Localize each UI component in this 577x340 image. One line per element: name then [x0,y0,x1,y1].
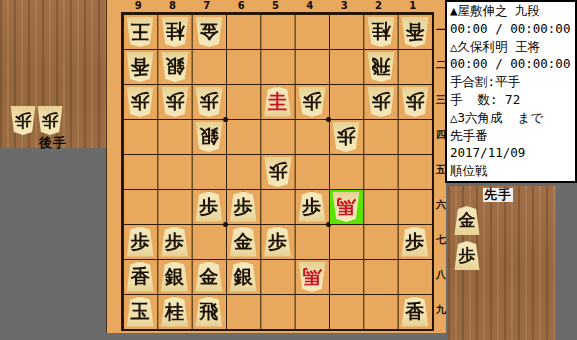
piece-sente-歩-57: 歩 [264,227,292,257]
piece-sente-香-98: 香 [126,262,154,292]
piece-gote-香-11: 香 [401,17,429,47]
piece-sente-玉-99: 玉 [126,297,154,327]
piece-glyph: 圭 [268,92,287,111]
info-line-0: ▲屋敷伸之 九段 [447,2,575,20]
piece-glyph: 歩 [42,112,59,129]
file-label-5: 5 [258,0,292,12]
file-label-7: 7 [190,0,224,12]
piece-sente-金-67: 金 [229,227,257,257]
piece-glyph: 歩 [302,92,321,111]
board-star-point [223,222,228,227]
piece-gote-歩-43: 歩 [298,87,326,117]
piece-glyph: 銀 [199,127,218,146]
game-info-panel: ▲屋敷伸之 九段00:00 / 00:00:00△久保利明 王将00:00 / … [445,0,577,183]
piece-gote-歩-13: 歩 [401,87,429,117]
piece-glyph: 歩 [165,232,184,251]
rank-label-8: 八 [434,257,448,292]
info-line-9: 順位戦 [447,162,575,180]
piece-glyph: 歩 [302,197,321,216]
info-line-7: 先手番 [447,127,575,145]
piece-glyph: 歩 [371,92,390,111]
piece-glyph: 金 [459,212,476,229]
piece-sente-金-78: 金 [195,262,223,292]
piece-gote-馬-48: 馬 [298,262,326,292]
piece-sente-歩-87: 歩 [161,227,189,257]
piece-glyph: 香 [131,267,150,286]
board-star-point [223,117,228,122]
hand-piece-sente-歩-1: 歩 [454,241,480,270]
piece-glyph: 歩 [131,232,150,251]
piece-glyph: 金 [234,232,253,251]
piece-glyph: 桂 [371,22,390,41]
piece-gote-歩-93: 歩 [126,87,154,117]
piece-gote-桂-21: 桂 [367,17,395,47]
file-label-2: 2 [361,0,395,12]
piece-gote-王-91: 王 [126,17,154,47]
piece-glyph: 桂 [165,302,184,321]
rank-label-6: 六 [434,187,448,222]
piece-glyph: 香 [131,57,150,76]
piece-sente-圭-53: 圭 [264,87,292,117]
piece-glyph: 香 [405,302,424,321]
piece-gote-歩-34: 歩 [332,122,360,152]
piece-sente-銀-68: 銀 [229,262,257,292]
info-line-4: 手合割:平手 [447,73,575,91]
piece-sente-歩-46: 歩 [298,192,326,222]
file-label-1: 1 [396,0,430,12]
piece-glyph: 歩 [131,92,150,111]
gote-hand-label: 後手 [0,134,106,152]
piece-glyph: 桂 [165,22,184,41]
board-star-point [326,117,331,122]
piece-glyph: 銀 [165,267,184,286]
piece-glyph: 歩 [405,92,424,111]
piece-sente-歩-66: 歩 [229,192,257,222]
piece-sente-歩-76: 歩 [195,192,223,222]
piece-sente-歩-17: 歩 [401,227,429,257]
piece-gote-金-71: 金 [195,17,223,47]
piece-gote-馬-36: 馬 [332,192,360,222]
gote-hand-tray: 後手 歩歩 [0,0,106,148]
piece-glyph: 歩 [234,197,253,216]
piece-gote-歩-55: 歩 [264,157,292,187]
info-line-3: 00:00 / 00:00:00 [447,55,575,73]
piece-sente-銀-88: 銀 [161,262,189,292]
info-line-8: 2017/11/09 [447,144,575,162]
piece-glyph: 玉 [131,302,150,321]
file-label-3: 3 [327,0,361,12]
piece-glyph: 銀 [234,267,253,286]
piece-glyph: 歩 [199,197,218,216]
file-label-6: 6 [224,0,258,12]
piece-gote-歩-83: 歩 [161,87,189,117]
sente-hand-label: 先手 [483,188,513,202]
rank-label-7: 七 [434,222,448,257]
piece-glyph: 飛 [199,302,218,321]
piece-sente-飛-79: 飛 [195,297,223,327]
piece-gote-飛-22: 飛 [367,52,395,82]
piece-glyph: 歩 [459,247,476,264]
piece-gote-香-92: 香 [126,52,154,82]
piece-gote-歩-23: 歩 [367,87,395,117]
hand-piece-gote-歩-1: 歩 [37,106,63,135]
piece-glyph: 歩 [165,92,184,111]
piece-gote-銀-82: 銀 [161,52,189,82]
info-line-1: 00:00 / 00:00:00 [447,20,575,38]
piece-glyph: 歩 [199,92,218,111]
hand-piece-gote-歩-0: 歩 [10,106,36,135]
piece-glyph: 金 [199,267,218,286]
piece-glyph: 金 [199,22,218,41]
piece-sente-桂-89: 桂 [161,297,189,327]
board-grid: 王桂金桂香香銀飛歩歩歩圭歩歩歩銀歩歩歩歩歩馬歩歩金歩歩香銀金銀馬玉桂飛香 [121,12,434,331]
piece-glyph: 飛 [371,57,390,76]
info-line-6: △3六角成 まで [447,109,575,127]
sente-hand-tray: 先手 金歩 [448,186,556,340]
rank-label-9: 九 [434,292,448,327]
piece-sente-香-19: 香 [401,297,429,327]
piece-glyph: 王 [131,22,150,41]
file-label-4: 4 [293,0,327,12]
piece-glyph: 歩 [268,162,287,181]
hand-piece-sente-金-0: 金 [454,206,480,235]
piece-glyph: 銀 [165,57,184,76]
piece-gote-桂-81: 桂 [161,17,189,47]
piece-glyph: 歩 [405,232,424,251]
piece-glyph: 歩 [268,232,287,251]
piece-gote-銀-74: 銀 [195,122,223,152]
piece-glyph: 香 [405,22,424,41]
info-line-5: 手 数: 72 [447,91,575,109]
piece-sente-歩-97: 歩 [126,227,154,257]
piece-glyph: 歩 [337,127,356,146]
piece-glyph: 馬 [337,197,356,216]
piece-gote-歩-73: 歩 [195,87,223,117]
info-line-2: △久保利明 王将 [447,38,575,56]
file-label-8: 8 [155,0,189,12]
file-label-9: 9 [121,0,155,12]
piece-glyph: 歩 [15,112,32,129]
shogi-board: 王桂金桂香香銀飛歩歩歩圭歩歩歩銀歩歩歩歩歩馬歩歩金歩歩香銀金銀馬玉桂飛香 987… [106,0,446,333]
piece-glyph: 馬 [302,267,321,286]
kifu-viewer-window: 後手 歩歩 王桂金桂香香銀飛歩歩歩圭歩歩歩銀歩歩歩歩歩馬歩歩金歩歩香銀金銀馬玉桂… [0,0,577,340]
